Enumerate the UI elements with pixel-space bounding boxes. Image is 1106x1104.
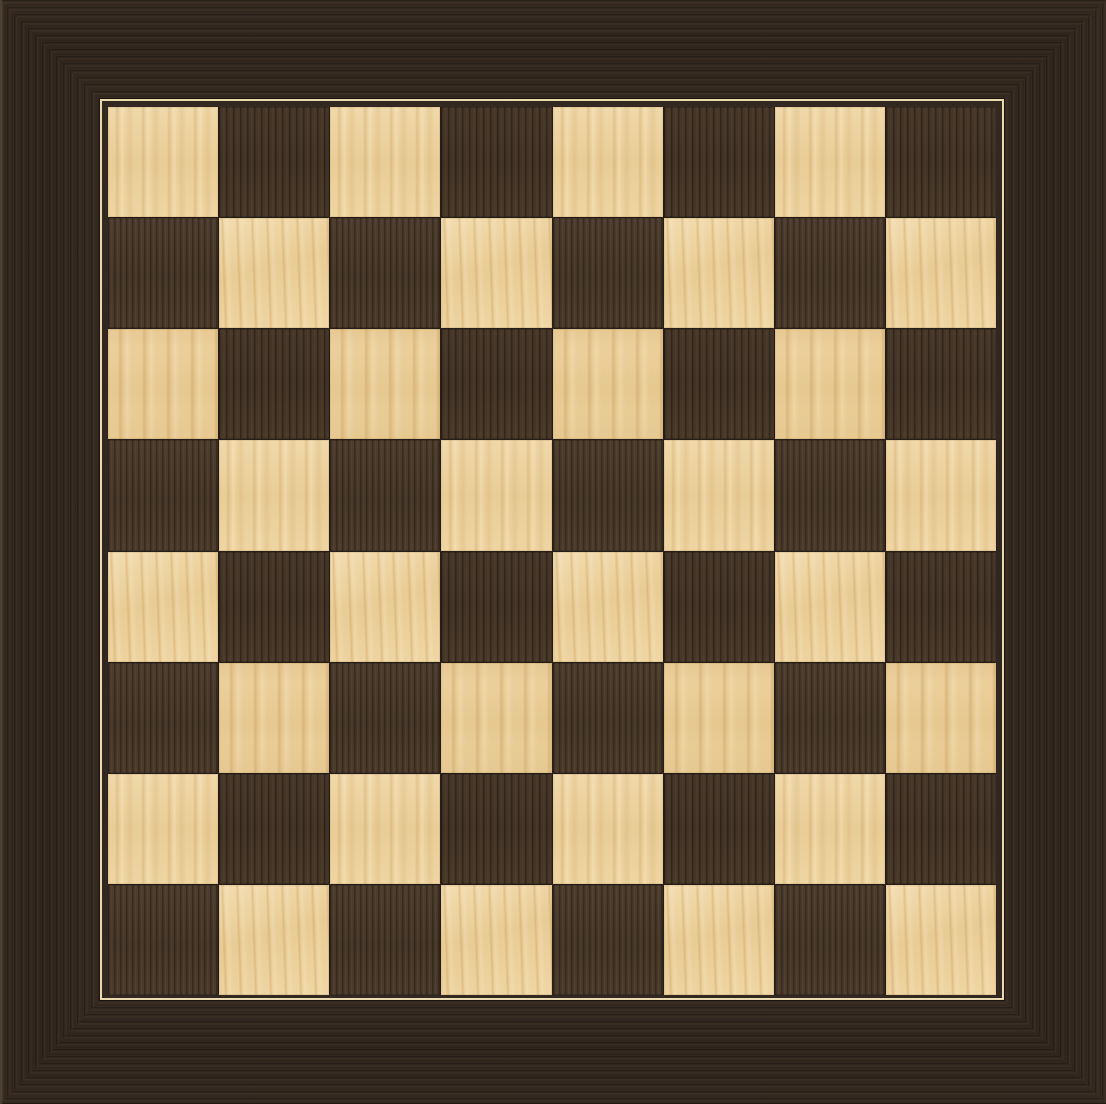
square-f2[interactable] (664, 774, 774, 884)
square-d4[interactable] (441, 552, 551, 662)
square-d2[interactable] (441, 774, 551, 884)
square-f8[interactable] (664, 107, 774, 217)
square-c8[interactable] (330, 107, 440, 217)
square-e5[interactable] (553, 440, 663, 550)
square-a6[interactable] (108, 329, 218, 439)
square-c2[interactable] (330, 774, 440, 884)
square-h3[interactable] (886, 663, 996, 773)
square-b3[interactable] (219, 663, 329, 773)
square-a7[interactable] (108, 218, 218, 328)
square-d8[interactable] (441, 107, 551, 217)
square-h7[interactable] (886, 218, 996, 328)
square-d3[interactable] (441, 663, 551, 773)
square-g6[interactable] (775, 329, 885, 439)
square-c4[interactable] (330, 552, 440, 662)
square-h6[interactable] (886, 329, 996, 439)
square-h4[interactable] (886, 552, 996, 662)
square-c1[interactable] (330, 885, 440, 995)
square-c7[interactable] (330, 218, 440, 328)
square-g5[interactable] (775, 440, 885, 550)
square-e3[interactable] (553, 663, 663, 773)
square-a5[interactable] (108, 440, 218, 550)
square-e2[interactable] (553, 774, 663, 884)
square-b8[interactable] (219, 107, 329, 217)
square-a2[interactable] (108, 774, 218, 884)
square-g4[interactable] (775, 552, 885, 662)
square-a1[interactable] (108, 885, 218, 995)
square-f3[interactable] (664, 663, 774, 773)
square-f1[interactable] (664, 885, 774, 995)
square-d1[interactable] (441, 885, 551, 995)
square-g2[interactable] (775, 774, 885, 884)
square-e1[interactable] (553, 885, 663, 995)
square-h8[interactable] (886, 107, 996, 217)
square-b7[interactable] (219, 218, 329, 328)
square-e7[interactable] (553, 218, 663, 328)
square-f4[interactable] (664, 552, 774, 662)
square-d7[interactable] (441, 218, 551, 328)
square-a3[interactable] (108, 663, 218, 773)
square-d5[interactable] (441, 440, 551, 550)
square-h2[interactable] (886, 774, 996, 884)
chess-board (108, 107, 996, 995)
square-h5[interactable] (886, 440, 996, 550)
square-a4[interactable] (108, 552, 218, 662)
square-e8[interactable] (553, 107, 663, 217)
square-e6[interactable] (553, 329, 663, 439)
square-b4[interactable] (219, 552, 329, 662)
square-h1[interactable] (886, 885, 996, 995)
frame-top (0, 0, 1106, 99)
square-f6[interactable] (664, 329, 774, 439)
square-e4[interactable] (553, 552, 663, 662)
square-f5[interactable] (664, 440, 774, 550)
square-b2[interactable] (219, 774, 329, 884)
square-g1[interactable] (775, 885, 885, 995)
square-g8[interactable] (775, 107, 885, 217)
square-c3[interactable] (330, 663, 440, 773)
square-f7[interactable] (664, 218, 774, 328)
square-c5[interactable] (330, 440, 440, 550)
square-c6[interactable] (330, 329, 440, 439)
square-b6[interactable] (219, 329, 329, 439)
frame-bottom (0, 1000, 1106, 1104)
square-b1[interactable] (219, 885, 329, 995)
frame-left (0, 0, 100, 1104)
square-g7[interactable] (775, 218, 885, 328)
square-b5[interactable] (219, 440, 329, 550)
frame-right (1004, 0, 1106, 1104)
square-g3[interactable] (775, 663, 885, 773)
chess-board-photo (0, 0, 1106, 1104)
square-a8[interactable] (108, 107, 218, 217)
square-d6[interactable] (441, 329, 551, 439)
